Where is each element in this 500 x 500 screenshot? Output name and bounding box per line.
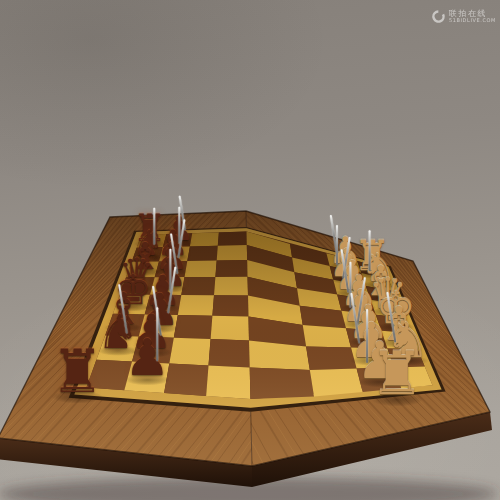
watermark: 联拍在线 51BIDLIVE.COM [431, 9, 496, 24]
chess-board [0, 0, 500, 500]
watermark-line2: 51BIDLIVE.COM [449, 18, 496, 24]
auction-photo: ♟♜♟♞♟♟♝♜♟♞♛♟♟♝♚♟♟♛♟♚♝♟♟♝♞♟♞♟♟♟♜♜ 联拍在线 51… [0, 0, 500, 500]
watermark-logo-icon [431, 9, 446, 24]
